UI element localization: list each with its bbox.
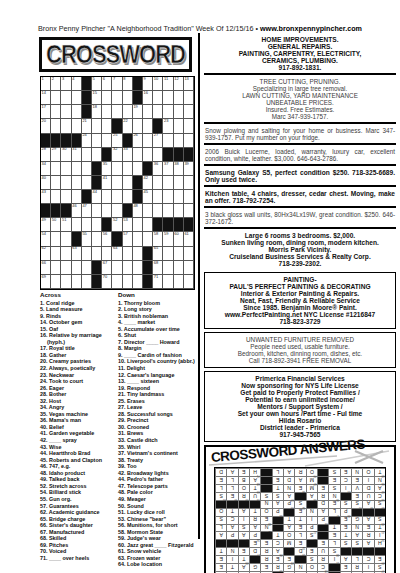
grid-cell[interactable]: 59: [163, 232, 173, 246]
grid-cell[interactable]: 19: [133, 105, 143, 119]
grid-cell[interactable]: [133, 218, 143, 232]
answers-title-row: CROSSWORD ANSWERS: [207, 448, 393, 467]
grid-cell[interactable]: [92, 204, 102, 218]
grid-cell: U: [317, 547, 328, 555]
grid-cell[interactable]: [133, 261, 143, 275]
grid-cell: E: [328, 531, 339, 539]
grid-cell[interactable]: [61, 275, 71, 289]
ad-line: Primerica Financial Services: [207, 375, 393, 382]
grid-cell[interactable]: [143, 105, 153, 119]
grid-cell[interactable]: [82, 247, 92, 261]
grid-cell[interactable]: 3: [61, 77, 71, 91]
grid-cell[interactable]: [82, 162, 92, 176]
ad-line: Interior & Exterior Painting & Repairs.: [207, 290, 393, 297]
grid-cell[interactable]: [92, 247, 102, 261]
grid-cell: 20E: [374, 555, 385, 563]
grid-cell[interactable]: 1: [41, 77, 51, 91]
grid-cell[interactable]: [123, 91, 133, 105]
grid-cell[interactable]: [184, 190, 194, 204]
grid-cell[interactable]: [174, 261, 184, 275]
grid-cell[interactable]: [102, 119, 112, 133]
solution-letter: P: [273, 508, 283, 514]
grid-cell[interactable]: [163, 190, 173, 204]
grid-cell: A: [351, 531, 362, 539]
grid-cell[interactable]: [112, 162, 122, 176]
grid-cell[interactable]: [61, 176, 71, 190]
grid-cell[interactable]: [102, 91, 112, 105]
grid-cell[interactable]: [174, 190, 184, 204]
ad-line: Hilda Rosario: [207, 417, 393, 424]
cell-number: 11: [164, 77, 168, 81]
grid-cell: 65T: [249, 484, 260, 492]
grid-cell[interactable]: [133, 275, 143, 289]
solution-letter: H: [250, 469, 260, 475]
grid-cell[interactable]: [112, 261, 122, 275]
grid-cell[interactable]: [112, 176, 122, 190]
grid-cell[interactable]: [102, 190, 112, 204]
grid-cell: E: [317, 539, 328, 547]
grid-cell[interactable]: 26: [133, 134, 143, 148]
grid-cell: 22E: [283, 555, 294, 563]
grid-cell: 31S: [340, 539, 351, 547]
grid-cell[interactable]: [92, 134, 102, 148]
solution-letter: T: [375, 469, 385, 475]
grid-cell[interactable]: 48: [133, 204, 143, 218]
grid-cell[interactable]: 4: [72, 77, 82, 91]
grid-cell[interactable]: [51, 105, 61, 119]
solution-letter: L: [352, 556, 362, 562]
grid-cell[interactable]: [163, 91, 173, 105]
solution-letter: S: [307, 532, 317, 538]
grid-cell[interactable]: 11: [163, 77, 173, 91]
grid-cell: G: [351, 516, 362, 524]
grid-cell[interactable]: [61, 247, 71, 261]
grid-cell[interactable]: 27: [153, 134, 163, 148]
ad-line: Marc 347-939-1757.: [205, 113, 395, 120]
grid-cell[interactable]: [143, 148, 153, 162]
solution-letter: A: [295, 477, 305, 483]
ad-line: Kitchen table, 4 chairs, dresser, cedar …: [205, 190, 395, 204]
solution-letter: E: [341, 564, 351, 570]
cell-number: 4: [72, 77, 74, 81]
solution-letter: S: [216, 516, 226, 522]
cell-number: 22: [123, 119, 127, 123]
solution-letter: C: [273, 540, 283, 546]
grid-cell[interactable]: [51, 176, 61, 190]
grid-cell[interactable]: 66: [41, 261, 51, 275]
grid-cell: E: [328, 476, 339, 484]
grid-cell[interactable]: [51, 232, 61, 246]
cell-number: 21: [82, 119, 86, 123]
grid-cell[interactable]: [143, 134, 153, 148]
grid-cell[interactable]: [82, 261, 92, 275]
grid-cell[interactable]: [102, 204, 112, 218]
grid-cell[interactable]: [61, 91, 71, 105]
grid-cell: 66N: [374, 476, 385, 484]
solution-letter: A: [284, 469, 294, 475]
grid-cell[interactable]: [72, 162, 82, 176]
crossword-logo-box: CROSSWORD: [39, 37, 192, 72]
grid-cell[interactable]: [163, 134, 173, 148]
ad-line: Get paid to Properly Protect Families /: [207, 389, 393, 396]
grid-cell[interactable]: 23: [163, 119, 173, 133]
grid-cell[interactable]: [82, 176, 92, 190]
grid-cell: A: [226, 524, 237, 532]
grid-cell[interactable]: [184, 176, 194, 190]
grid-cell[interactable]: [174, 247, 184, 261]
grid-cell[interactable]: [184, 247, 194, 261]
black-cell: [317, 531, 328, 539]
grid-cell[interactable]: [174, 91, 184, 105]
solution-letter: L: [216, 485, 226, 491]
cell-number: 48: [133, 204, 137, 208]
grid-cell[interactable]: [184, 134, 194, 148]
grid-cell[interactable]: [112, 190, 122, 204]
grid-cell[interactable]: [61, 190, 71, 204]
grid-cell[interactable]: [184, 91, 194, 105]
grid-cell[interactable]: [102, 134, 112, 148]
solution-letter: E: [341, 524, 351, 530]
grid-cell[interactable]: 38: [174, 162, 184, 176]
grid-cell[interactable]: [92, 148, 102, 162]
solution-letter: E: [329, 500, 339, 506]
grid-cell[interactable]: [72, 261, 82, 275]
grid-cell[interactable]: [72, 105, 82, 119]
grid-cell[interactable]: 36: [153, 162, 163, 176]
solution-letter: E: [239, 548, 249, 554]
grid-cell: A: [294, 476, 305, 484]
grid-cell[interactable]: 13: [184, 77, 194, 91]
grid-cell[interactable]: 60: [174, 232, 184, 246]
grid-cell[interactable]: [61, 119, 71, 133]
grid-cell[interactable]: [153, 148, 163, 162]
grid-cell[interactable]: [163, 176, 173, 190]
grid-cell[interactable]: [51, 247, 61, 261]
grid-cell[interactable]: [102, 105, 112, 119]
solution-letter: E: [216, 564, 226, 570]
grid-cell[interactable]: 42: [143, 176, 153, 190]
grid-cell[interactable]: 22: [123, 119, 133, 133]
grid-cell[interactable]: [163, 247, 173, 261]
grid-cell: N: [226, 547, 237, 555]
grid-cell[interactable]: 34: [41, 162, 51, 176]
solution-letter: D: [318, 500, 328, 506]
solution-letter: T: [250, 485, 260, 491]
grid-cell: 63I: [340, 484, 351, 492]
grid-cell[interactable]: [184, 105, 194, 119]
grid-cell[interactable]: [174, 105, 184, 119]
grid-cell[interactable]: 24: [82, 134, 92, 148]
grid-cell[interactable]: 2: [51, 77, 61, 91]
solution-letter: E: [329, 532, 339, 538]
grid-cell[interactable]: 50: [51, 218, 61, 232]
grid-cell[interactable]: 31: [72, 148, 82, 162]
grid-cell: 50A: [362, 500, 373, 508]
grid-cell[interactable]: [82, 275, 92, 289]
grid-cell[interactable]: [72, 91, 82, 105]
grid-cell: A: [238, 508, 249, 516]
grid-cell[interactable]: 8: [123, 77, 133, 91]
grid-cell[interactable]: 56: [102, 232, 112, 246]
grid-cell[interactable]: [184, 204, 194, 218]
black-cell: [133, 176, 143, 190]
grid-cell[interactable]: [153, 176, 163, 190]
grid-cell[interactable]: 52: [112, 218, 122, 232]
grid-cell: 57A: [283, 492, 294, 500]
grid-cell[interactable]: [72, 218, 82, 232]
grid-cell[interactable]: 45: [143, 190, 153, 204]
grid-cell[interactable]: [51, 119, 61, 133]
grid-cell[interactable]: [163, 261, 173, 275]
grid-cell[interactable]: [184, 261, 194, 275]
grid-cell[interactable]: [72, 275, 82, 289]
grid-cell[interactable]: [61, 261, 71, 275]
cell-number: 14: [42, 91, 46, 95]
grid-cell: D: [317, 500, 328, 508]
grid-cell[interactable]: 43: [41, 190, 51, 204]
grid-cell: B: [238, 476, 249, 484]
grid-cell: A: [283, 524, 294, 532]
grid-cell[interactable]: [92, 119, 102, 133]
grid-cell[interactable]: [51, 275, 61, 289]
ad-line: TREE CUTTING, PRUNING.: [205, 78, 395, 85]
grid-cell: T: [283, 516, 294, 524]
across-list: 1. Coral ridge5. Land measure9. Rinds14.…: [40, 300, 116, 562]
grid-cell[interactable]: [133, 148, 143, 162]
grid-cell[interactable]: 69: [41, 275, 51, 289]
grid-cell[interactable]: [153, 91, 163, 105]
grid-cell[interactable]: 32: [112, 148, 122, 162]
grid-cell[interactable]: [123, 261, 133, 275]
classified-ad: Large 6 rooms 3 bedrooms. $2,000.Sunken …: [204, 229, 396, 269]
grid-cell[interactable]: [174, 204, 184, 218]
cell-number: 45: [144, 190, 148, 194]
ad-line: Bedroom, kitchen, dinning room, dishes, …: [207, 350, 393, 357]
grid-cell[interactable]: 10: [153, 77, 163, 91]
grid-cell[interactable]: [51, 162, 61, 176]
solution-letter: C: [318, 564, 328, 570]
grid-cell: 69T: [374, 468, 385, 476]
grid-cell[interactable]: [72, 176, 82, 190]
solution-letter: S: [341, 540, 351, 546]
grid-cell[interactable]: [133, 162, 143, 176]
grid-cell[interactable]: 35: [102, 162, 112, 176]
solution-letter: A: [363, 540, 373, 546]
black-cell: [328, 563, 339, 571]
solution-letter: E: [341, 469, 351, 475]
grid-cell[interactable]: 68: [153, 261, 163, 275]
grid-cell[interactable]: [51, 261, 61, 275]
grid-cell[interactable]: [133, 247, 143, 261]
grid-cell[interactable]: [61, 232, 71, 246]
grid-cell[interactable]: [143, 119, 153, 133]
masthead-text: Bronx Penny Pincher "A Neighborhood Trad…: [38, 24, 260, 33]
ad-line: PAINTING, CARPENTRY, ELECTRICITY,: [205, 50, 395, 57]
black-cell: [294, 492, 305, 500]
grid-cell: 38P: [226, 531, 237, 539]
cell-number: 61: [184, 232, 188, 236]
grid-cell[interactable]: 63: [72, 247, 82, 261]
grid-cell: T: [226, 563, 237, 571]
grid-cell[interactable]: [123, 176, 133, 190]
solution-letter: I: [227, 556, 237, 562]
grid-cell: 18C: [317, 563, 328, 571]
grid-cell[interactable]: [112, 91, 122, 105]
grid-cell[interactable]: [174, 176, 184, 190]
solution-letter: N: [261, 524, 271, 530]
grid-cell[interactable]: 37: [163, 162, 173, 176]
solution-letter: A: [273, 548, 283, 554]
grid-cell[interactable]: [143, 218, 153, 232]
grid-cell[interactable]: 71: [153, 275, 163, 289]
ad-line: PAINTING-: [207, 276, 393, 283]
ad-line: Samsung Galaxy S5, perfect condition $25…: [205, 169, 395, 183]
grid-cell: A: [238, 563, 249, 571]
grid-cell: 52S: [294, 500, 305, 508]
grid-cell[interactable]: [112, 105, 122, 119]
grid-cell[interactable]: [174, 134, 184, 148]
grid-cell[interactable]: [174, 119, 184, 133]
grid-cell: 64E: [294, 484, 305, 492]
solution-letter: O: [239, 485, 249, 491]
grid-cell[interactable]: [163, 204, 173, 218]
ad-line: Morris Park Vicinity.: [205, 246, 395, 253]
down-list: 1. Thorny bloom2. Long story3. British n…: [118, 300, 198, 568]
clue-item: 16. Relative by marriage (hyph.): [40, 332, 116, 345]
grid-cell[interactable]: [51, 91, 61, 105]
solution-letter: E: [318, 540, 328, 546]
grid-cell[interactable]: [174, 275, 184, 289]
cell-number: 53: [123, 218, 127, 222]
grid-cell[interactable]: [123, 162, 133, 176]
grid-cell[interactable]: 65: [153, 247, 163, 261]
grid-cell[interactable]: 44: [92, 190, 102, 204]
ad-line: HOME IMPROVEMENTS.: [205, 36, 395, 43]
grid-cell[interactable]: 18: [92, 105, 102, 119]
grid-cell: 37A: [238, 531, 249, 539]
grid-cell[interactable]: 62: [41, 247, 51, 261]
classified-ad: Primerica Financial ServicesNow sponsori…: [204, 371, 396, 442]
crossword-grid[interactable]: 1234567891011121314151617181920212223242…: [40, 76, 195, 290]
grid-cell[interactable]: 12: [174, 77, 184, 91]
grid-cell[interactable]: [72, 119, 82, 133]
grid-cell[interactable]: 64: [112, 247, 122, 261]
grid-cell[interactable]: [163, 275, 173, 289]
cell-number: 59: [164, 232, 168, 236]
black-cell: [82, 91, 92, 105]
black-cell: [184, 148, 194, 162]
grid-cell[interactable]: [123, 190, 133, 204]
cell-number: 6: [103, 77, 105, 81]
cell-number: 33: [123, 147, 127, 151]
grid-cell[interactable]: 39: [184, 162, 194, 176]
grid-cell[interactable]: [143, 204, 153, 218]
solution-letter: E: [341, 516, 351, 522]
grid-cell[interactable]: [82, 148, 92, 162]
grid-cell[interactable]: [184, 275, 194, 289]
grid-cell: 46P: [340, 508, 351, 516]
grid-cell[interactable]: 51: [61, 218, 71, 232]
grid-cell[interactable]: [153, 204, 163, 218]
grid-cell[interactable]: [61, 105, 71, 119]
grid-cell[interactable]: 29: [51, 148, 61, 162]
grid-cell[interactable]: 40: [41, 176, 51, 190]
grid-cell[interactable]: [133, 232, 143, 246]
ad-line: Specializing in large tree removal.: [205, 85, 395, 92]
grid-cell[interactable]: 70: [102, 275, 112, 289]
grid-cell[interactable]: 61: [184, 232, 194, 246]
grid-cell[interactable]: 5: [92, 77, 102, 91]
grid-cell[interactable]: [51, 190, 61, 204]
grid-cell: 29A: [362, 539, 373, 547]
black-cell: [102, 148, 112, 162]
grid-cell[interactable]: 20: [41, 119, 51, 133]
grid-cell[interactable]: [123, 247, 133, 261]
black-cell: [82, 77, 92, 91]
cell-number: 13: [184, 77, 188, 81]
grid-cell: 48P: [272, 508, 283, 516]
solution-letter: C: [341, 477, 351, 483]
grid-cell[interactable]: [102, 247, 112, 261]
solution-letter: T: [375, 524, 385, 530]
grid-cell[interactable]: 57: [123, 232, 133, 246]
cell-number: 71: [154, 275, 158, 279]
grid-cell: E: [215, 555, 226, 563]
grid-cell[interactable]: [153, 190, 163, 204]
ad-line: Set your own hours /Part time - Ful time: [207, 410, 393, 417]
grid-cell[interactable]: [112, 275, 122, 289]
grid-cell[interactable]: 16: [143, 91, 153, 105]
grid-cell[interactable]: [92, 232, 102, 246]
ad-line: Potential to earn unlimited income/: [207, 396, 393, 403]
grid-cell[interactable]: [61, 162, 71, 176]
solution-letter: S: [273, 493, 283, 499]
grid-cell[interactable]: [143, 232, 153, 246]
grid-cell: R: [317, 492, 328, 500]
grid-cell[interactable]: [153, 105, 163, 119]
solution-letter: R: [318, 493, 328, 499]
grid-cell[interactable]: [92, 218, 102, 232]
grid-cell[interactable]: 55: [82, 232, 92, 246]
grid-cell[interactable]: 28: [41, 148, 51, 162]
solution-letter: O: [363, 469, 373, 475]
solution-letter: N: [307, 508, 317, 514]
grid-cell[interactable]: [123, 275, 133, 289]
solution-letter: E: [261, 564, 271, 570]
grid-cell[interactable]: 7: [112, 77, 122, 91]
grid-cell[interactable]: 33: [123, 148, 133, 162]
solution-letter: M: [307, 485, 317, 491]
grid-cell[interactable]: 67: [102, 261, 112, 275]
grid-cell[interactable]: 6: [102, 77, 112, 91]
solution-letter: L: [216, 524, 226, 530]
grid-cell[interactable]: 47: [82, 204, 92, 218]
grid-cell: E: [340, 524, 351, 532]
grid-cell[interactable]: 41: [102, 176, 112, 190]
solution-letter: M: [307, 477, 317, 483]
grid-cell[interactable]: [184, 119, 194, 133]
grid-cell[interactable]: 30: [61, 148, 71, 162]
grid-cell: 45E: [260, 516, 271, 524]
grid-cell: L: [226, 476, 237, 484]
solution-letter: E: [318, 485, 328, 491]
ad-line: UNBEATABLE PRICES.: [205, 99, 395, 106]
grid-cell[interactable]: 46: [72, 204, 82, 218]
cell-number: 58: [154, 232, 158, 236]
grid-cell[interactable]: 9: [143, 77, 153, 91]
grid-cell: C: [362, 555, 373, 563]
solution-letter: A: [239, 508, 249, 514]
